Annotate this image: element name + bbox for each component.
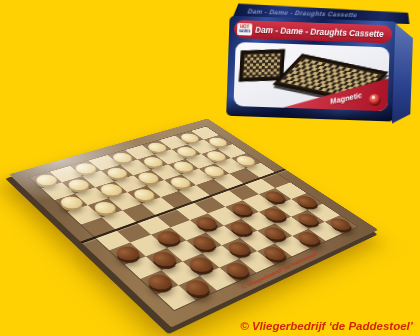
brand-logo: HOT GAMES [237, 23, 252, 36]
copyright-caption: © Vliegerbedrijf ‘de Paddestoel’ [240, 320, 413, 332]
box-title: Dam - Dame - Draughts Cassette [255, 25, 384, 39]
box-right-side-face [392, 24, 413, 125]
retail-box: Dam - Dame - Draughts Cassette HOT GAMES… [226, 0, 416, 128]
box-title-banner: HOT GAMES Dam - Dame - Draughts Cassette [234, 20, 393, 44]
box-photo-panel: Magnetic [233, 42, 389, 111]
product-photo-scene: © Vliegerbedrijf ‘de Paddestoel’ Dam - D… [0, 0, 420, 336]
box-front-face: HOT GAMES Dam - Dame - Draughts Cassette… [226, 16, 397, 122]
mini-folded-board-checkers [243, 53, 281, 77]
mini-folded-board-image [239, 49, 285, 82]
brand-logo-line2: GAMES [239, 30, 251, 34]
